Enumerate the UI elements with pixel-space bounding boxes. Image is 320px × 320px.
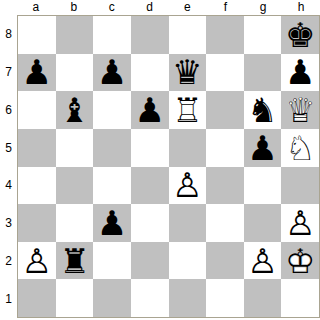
square-e3[interactable] [169,204,207,242]
square-e4[interactable]: ♟♙ [169,167,207,205]
square-b8[interactable] [56,16,94,54]
square-d8[interactable] [131,16,169,54]
black-queen-icon: ♛ [169,54,207,92]
white-knight-icon: ♘ [281,129,319,167]
square-a8[interactable] [18,16,56,54]
square-c2[interactable] [93,242,131,280]
black-knight-icon: ♞ [244,91,282,129]
square-h3[interactable]: ♟♙ [281,204,319,242]
square-a1[interactable] [18,279,56,317]
square-d6[interactable]: ♟ [131,91,169,129]
black-pawn-icon: ♟ [93,204,131,242]
square-e6[interactable]: ♜♖ [169,91,207,129]
white-pawn-icon: ♙ [18,242,56,280]
square-g2[interactable]: ♟♙ [244,242,282,280]
square-h2[interactable]: ♚♔ [281,242,319,280]
square-e5[interactable] [169,129,207,167]
black-queen-piece[interactable]: ♛ [169,54,207,92]
square-g5[interactable]: ♟ [244,129,282,167]
square-g7[interactable] [244,54,282,92]
rank-label-2: 2 [0,242,17,280]
square-a2[interactable]: ♟♙ [18,242,56,280]
square-c6[interactable] [93,91,131,129]
black-pawn-icon: ♟ [244,129,282,167]
black-pawn-piece[interactable]: ♟ [18,54,56,92]
black-king-icon: ♚ [281,16,319,54]
file-label-f: f [206,0,244,15]
chess-diagram: abcdefgh 87654321 ♚♟♟♛♟♝♟♜♖♞♛♕♟♞♘♟♙♟♟♙♟♙… [0,0,320,320]
file-label-e: e [169,0,207,15]
white-pawn-piece[interactable]: ♟♙ [244,242,282,280]
rank-label-3: 3 [0,204,17,242]
white-pawn-piece[interactable]: ♟♙ [169,167,207,205]
file-labels: abcdefgh [17,0,320,15]
white-rook-piece[interactable]: ♜♖ [169,91,207,129]
file-label-a: a [17,0,55,15]
black-pawn-piece[interactable]: ♟ [244,129,282,167]
white-pawn-icon: ♙ [169,167,207,205]
square-f6[interactable] [206,91,244,129]
black-rook-piece[interactable]: ♜ [56,242,94,280]
square-d3[interactable] [131,204,169,242]
square-d1[interactable] [131,279,169,317]
black-bishop-icon: ♝ [56,91,94,129]
chess-board: ♚♟♟♛♟♝♟♜♖♞♛♕♟♞♘♟♙♟♟♙♟♙♜♟♙♚♔ [17,15,320,318]
rank-labels: 87654321 [0,15,17,318]
square-d5[interactable] [131,129,169,167]
square-f3[interactable] [206,204,244,242]
square-e8[interactable] [169,16,207,54]
square-a5[interactable] [18,129,56,167]
square-b2[interactable]: ♜ [56,242,94,280]
square-b5[interactable] [56,129,94,167]
rank-label-6: 6 [0,91,17,129]
square-c1[interactable] [93,279,131,317]
black-pawn-icon: ♟ [281,54,319,92]
square-c4[interactable] [93,167,131,205]
square-f2[interactable] [206,242,244,280]
rank-label-5: 5 [0,129,17,167]
square-g4[interactable] [244,167,282,205]
white-pawn-piece[interactable]: ♟♙ [281,204,319,242]
square-g8[interactable] [244,16,282,54]
square-h6[interactable]: ♛♕ [281,91,319,129]
white-king-piece[interactable]: ♚♔ [281,242,319,280]
square-g1[interactable] [244,279,282,317]
black-pawn-piece[interactable]: ♟ [93,204,131,242]
white-rook-icon: ♖ [169,91,207,129]
square-b4[interactable] [56,167,94,205]
square-b3[interactable] [56,204,94,242]
square-h4[interactable] [281,167,319,205]
square-c8[interactable] [93,16,131,54]
white-knight-piece[interactable]: ♞♘ [281,129,319,167]
square-b7[interactable] [56,54,94,92]
white-king-icon: ♔ [281,242,319,280]
black-pawn-icon: ♟ [93,54,131,92]
square-g6[interactable]: ♞ [244,91,282,129]
white-pawn-piece[interactable]: ♟♙ [18,242,56,280]
square-e2[interactable] [169,242,207,280]
black-pawn-piece[interactable]: ♟ [281,54,319,92]
square-a3[interactable] [18,204,56,242]
square-f8[interactable] [206,16,244,54]
square-f1[interactable] [206,279,244,317]
black-rook-icon: ♜ [56,242,94,280]
square-h7[interactable]: ♟ [281,54,319,92]
square-a4[interactable] [18,167,56,205]
file-label-c: c [93,0,131,15]
square-a7[interactable]: ♟ [18,54,56,92]
white-queen-piece[interactable]: ♛♕ [281,91,319,129]
square-e7[interactable]: ♛ [169,54,207,92]
black-pawn-piece[interactable]: ♟ [131,91,169,129]
square-d7[interactable] [131,54,169,92]
square-f4[interactable] [206,167,244,205]
file-label-g: g [244,0,282,15]
square-d2[interactable] [131,242,169,280]
white-pawn-icon: ♙ [281,204,319,242]
rank-label-8: 8 [0,15,17,53]
white-queen-icon: ♕ [281,91,319,129]
white-pawn-icon: ♙ [244,242,282,280]
square-a6[interactable] [18,91,56,129]
square-e1[interactable] [169,279,207,317]
black-pawn-icon: ♟ [18,54,56,92]
square-f7[interactable] [206,54,244,92]
file-label-b: b [55,0,93,15]
square-c3[interactable]: ♟ [93,204,131,242]
file-label-d: d [131,0,169,15]
square-h5[interactable]: ♞♘ [281,129,319,167]
rank-label-1: 1 [0,280,17,318]
black-pawn-piece[interactable]: ♟ [93,54,131,92]
square-h1[interactable] [281,279,319,317]
square-f5[interactable] [206,129,244,167]
black-bishop-piece[interactable]: ♝ [56,91,94,129]
black-king-piece[interactable]: ♚ [281,16,319,54]
file-label-h: h [282,0,320,15]
square-h8[interactable]: ♚ [281,16,319,54]
square-b1[interactable] [56,279,94,317]
rank-label-7: 7 [0,53,17,91]
rank-label-4: 4 [0,167,17,205]
square-b6[interactable]: ♝ [56,91,94,129]
square-c5[interactable] [93,129,131,167]
black-knight-piece[interactable]: ♞ [244,91,282,129]
square-g3[interactable] [244,204,282,242]
square-c7[interactable]: ♟ [93,54,131,92]
black-pawn-icon: ♟ [131,91,169,129]
square-d4[interactable] [131,167,169,205]
